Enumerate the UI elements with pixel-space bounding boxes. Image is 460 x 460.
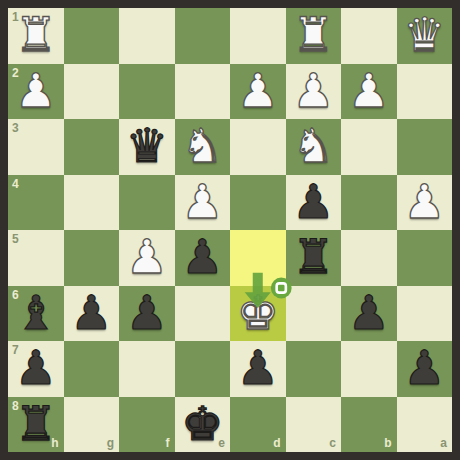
square-h7[interactable]: 7♟ <box>8 341 64 397</box>
square-c1[interactable]: ♜ <box>286 8 342 64</box>
piece-black-queen[interactable]: ♛ <box>126 122 168 169</box>
square-c7[interactable] <box>286 341 342 397</box>
square-h4[interactable]: 4 <box>8 175 64 231</box>
square-c8[interactable]: c <box>286 397 342 453</box>
square-e8[interactable]: e♚ <box>175 397 231 453</box>
square-b5[interactable] <box>341 230 397 286</box>
piece-black-pawn[interactable]: ♟ <box>237 344 279 391</box>
square-g5[interactable] <box>64 230 120 286</box>
square-e3[interactable]: ♞ <box>175 119 231 175</box>
square-b3[interactable] <box>341 119 397 175</box>
square-d2[interactable]: ♟ <box>230 64 286 120</box>
square-c6[interactable] <box>286 286 342 342</box>
square-e4[interactable]: ♟ <box>175 175 231 231</box>
square-f8[interactable]: f <box>119 397 175 453</box>
piece-black-pawn[interactable]: ♟ <box>126 289 168 336</box>
rank-label-3: 3 <box>12 122 19 134</box>
square-h6[interactable]: 6♝ <box>8 286 64 342</box>
square-d7[interactable]: ♟ <box>230 341 286 397</box>
piece-white-rook[interactable]: ♜ <box>15 11 57 58</box>
square-d4[interactable] <box>230 175 286 231</box>
square-f3[interactable]: ♛ <box>119 119 175 175</box>
square-h1[interactable]: 1♜ <box>8 8 64 64</box>
square-d1[interactable] <box>230 8 286 64</box>
square-h3[interactable]: 3 <box>8 119 64 175</box>
square-a8[interactable]: a <box>397 397 453 453</box>
square-b8[interactable]: b <box>341 397 397 453</box>
square-h2[interactable]: 2♟ <box>8 64 64 120</box>
square-f7[interactable] <box>119 341 175 397</box>
square-g3[interactable] <box>64 119 120 175</box>
piece-white-rook[interactable]: ♜ <box>292 11 334 58</box>
square-f4[interactable] <box>119 175 175 231</box>
square-e6[interactable] <box>175 286 231 342</box>
square-b4[interactable] <box>341 175 397 231</box>
square-f1[interactable] <box>119 8 175 64</box>
square-g7[interactable] <box>64 341 120 397</box>
piece-white-pawn[interactable]: ♟ <box>292 67 334 114</box>
piece-white-pawn[interactable]: ♟ <box>126 233 168 280</box>
square-g2[interactable] <box>64 64 120 120</box>
piece-white-king[interactable]: ♚ <box>237 289 279 336</box>
square-d8[interactable]: d <box>230 397 286 453</box>
square-f2[interactable] <box>119 64 175 120</box>
square-a4[interactable]: ♟ <box>397 175 453 231</box>
square-g6[interactable]: ♟ <box>64 286 120 342</box>
square-f6[interactable]: ♟ <box>119 286 175 342</box>
square-e2[interactable] <box>175 64 231 120</box>
file-label-f: f <box>166 437 170 449</box>
piece-white-knight[interactable]: ♞ <box>181 122 223 169</box>
square-b1[interactable] <box>341 8 397 64</box>
piece-white-pawn[interactable]: ♟ <box>348 67 390 114</box>
file-label-c: c <box>329 437 336 449</box>
board-frame: 1♜♜♛2♟♟♟♟3♛♞♞4♟♟♟5♟♟♜6♝♟♟♚♟7♟♟♟8h♜gfe♚dc… <box>0 0 460 460</box>
square-a2[interactable] <box>397 64 453 120</box>
piece-white-knight[interactable]: ♞ <box>292 122 334 169</box>
piece-black-king[interactable]: ♚ <box>181 400 223 447</box>
piece-white-pawn[interactable]: ♟ <box>181 178 223 225</box>
square-a7[interactable]: ♟ <box>397 341 453 397</box>
square-h5[interactable]: 5 <box>8 230 64 286</box>
square-g4[interactable] <box>64 175 120 231</box>
square-b6[interactable]: ♟ <box>341 286 397 342</box>
piece-black-pawn[interactable]: ♟ <box>181 233 223 280</box>
piece-black-rook[interactable]: ♜ <box>15 400 57 447</box>
file-label-a: a <box>440 437 447 449</box>
piece-black-pawn[interactable]: ♟ <box>348 289 390 336</box>
piece-white-pawn[interactable]: ♟ <box>15 67 57 114</box>
rank-label-5: 5 <box>12 233 19 245</box>
square-h8[interactable]: 8h♜ <box>8 397 64 453</box>
file-label-g: g <box>107 437 114 449</box>
square-c5[interactable]: ♜ <box>286 230 342 286</box>
square-g8[interactable]: g <box>64 397 120 453</box>
square-c2[interactable]: ♟ <box>286 64 342 120</box>
square-e7[interactable] <box>175 341 231 397</box>
square-c3[interactable]: ♞ <box>286 119 342 175</box>
piece-black-rook[interactable]: ♜ <box>292 233 334 280</box>
square-a3[interactable] <box>397 119 453 175</box>
square-a1[interactable]: ♛ <box>397 8 453 64</box>
square-g1[interactable] <box>64 8 120 64</box>
square-a5[interactable] <box>397 230 453 286</box>
piece-black-bishop[interactable]: ♝ <box>15 289 57 336</box>
square-e5[interactable]: ♟ <box>175 230 231 286</box>
square-f5[interactable]: ♟ <box>119 230 175 286</box>
chess-board: 1♜♜♛2♟♟♟♟3♛♞♞4♟♟♟5♟♟♜6♝♟♟♚♟7♟♟♟8h♜gfe♚dc… <box>8 8 452 452</box>
square-a6[interactable] <box>397 286 453 342</box>
piece-black-pawn[interactable]: ♟ <box>15 344 57 391</box>
piece-black-pawn[interactable]: ♟ <box>403 344 445 391</box>
square-e1[interactable] <box>175 8 231 64</box>
piece-white-pawn[interactable]: ♟ <box>237 67 279 114</box>
piece-white-queen[interactable]: ♛ <box>403 11 445 58</box>
piece-white-pawn[interactable]: ♟ <box>403 178 445 225</box>
piece-black-pawn[interactable]: ♟ <box>292 178 334 225</box>
square-c4[interactable]: ♟ <box>286 175 342 231</box>
file-label-d: d <box>273 437 280 449</box>
square-d3[interactable] <box>230 119 286 175</box>
square-d5[interactable] <box>230 230 286 286</box>
square-b2[interactable]: ♟ <box>341 64 397 120</box>
file-label-b: b <box>384 437 391 449</box>
square-d6[interactable]: ♚ <box>230 286 286 342</box>
square-b7[interactable] <box>341 341 397 397</box>
piece-black-pawn[interactable]: ♟ <box>70 289 112 336</box>
rank-label-4: 4 <box>12 178 19 190</box>
